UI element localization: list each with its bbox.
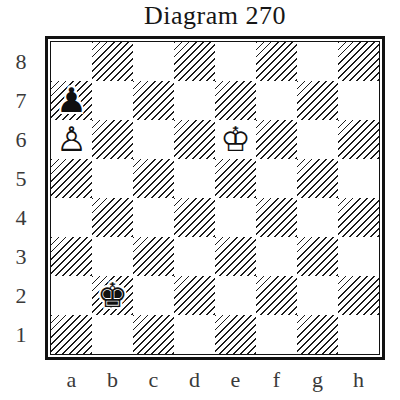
square-g1[interactable]	[297, 315, 338, 354]
diagram-title: Diagram 270	[45, 1, 385, 31]
square-b1[interactable]	[92, 315, 133, 354]
rank-label-7: 7	[4, 81, 38, 120]
square-e7[interactable]	[215, 81, 256, 120]
file-label-f: f	[256, 363, 297, 397]
square-g4[interactable]	[297, 198, 338, 237]
square-b6[interactable]	[92, 120, 133, 159]
square-g2[interactable]	[297, 276, 338, 315]
square-b2[interactable]: ♚	[92, 276, 133, 315]
square-c6[interactable]	[133, 120, 174, 159]
square-b3[interactable]	[92, 237, 133, 276]
square-a7[interactable]: ♟	[51, 81, 92, 120]
square-g5[interactable]	[297, 159, 338, 198]
square-h5[interactable]	[338, 159, 379, 198]
square-b7[interactable]	[92, 81, 133, 120]
square-a3[interactable]	[51, 237, 92, 276]
white-king-e6[interactable]: ♔	[220, 120, 250, 159]
square-c8[interactable]	[133, 42, 174, 81]
square-d5[interactable]	[174, 159, 215, 198]
square-h6[interactable]	[338, 120, 379, 159]
square-b8[interactable]	[92, 42, 133, 81]
file-labels: abcdefgh	[51, 363, 379, 397]
file-label-d: d	[174, 363, 215, 397]
square-a2[interactable]	[51, 276, 92, 315]
square-d4[interactable]	[174, 198, 215, 237]
rank-label-5: 5	[4, 159, 38, 198]
white-pawn-a6[interactable]: ♙	[56, 120, 86, 159]
file-label-g: g	[297, 363, 338, 397]
square-b5[interactable]	[92, 159, 133, 198]
square-g3[interactable]	[297, 237, 338, 276]
board-frame: ♟♙♔♚	[45, 36, 385, 360]
square-c1[interactable]	[133, 315, 174, 354]
square-a8[interactable]	[51, 42, 92, 81]
square-d2[interactable]	[174, 276, 215, 315]
rank-label-8: 8	[4, 42, 38, 81]
square-e1[interactable]	[215, 315, 256, 354]
square-f1[interactable]	[256, 315, 297, 354]
black-pawn-a7[interactable]: ♟	[56, 81, 86, 120]
square-c3[interactable]	[133, 237, 174, 276]
square-e8[interactable]	[215, 42, 256, 81]
file-label-c: c	[133, 363, 174, 397]
square-e6[interactable]: ♔	[215, 120, 256, 159]
square-a6[interactable]: ♙	[51, 120, 92, 159]
square-c5[interactable]	[133, 159, 174, 198]
square-d6[interactable]	[174, 120, 215, 159]
square-e3[interactable]	[215, 237, 256, 276]
rank-label-6: 6	[4, 120, 38, 159]
square-e5[interactable]	[215, 159, 256, 198]
square-f5[interactable]	[256, 159, 297, 198]
file-label-b: b	[92, 363, 133, 397]
file-label-h: h	[338, 363, 379, 397]
rank-labels: 87654321	[4, 42, 38, 354]
square-d8[interactable]	[174, 42, 215, 81]
black-king-b2[interactable]: ♚	[97, 276, 127, 315]
square-h2[interactable]	[338, 276, 379, 315]
square-f2[interactable]	[256, 276, 297, 315]
square-h7[interactable]	[338, 81, 379, 120]
square-g8[interactable]	[297, 42, 338, 81]
square-b4[interactable]	[92, 198, 133, 237]
square-e2[interactable]	[215, 276, 256, 315]
square-h3[interactable]	[338, 237, 379, 276]
rank-label-3: 3	[4, 237, 38, 276]
rank-label-4: 4	[4, 198, 38, 237]
square-f6[interactable]	[256, 120, 297, 159]
rank-label-1: 1	[4, 315, 38, 354]
square-f4[interactable]	[256, 198, 297, 237]
square-c2[interactable]	[133, 276, 174, 315]
square-d1[interactable]	[174, 315, 215, 354]
square-e4[interactable]	[215, 198, 256, 237]
square-g7[interactable]	[297, 81, 338, 120]
square-a4[interactable]	[51, 198, 92, 237]
file-label-a: a	[51, 363, 92, 397]
square-f8[interactable]	[256, 42, 297, 81]
square-c4[interactable]	[133, 198, 174, 237]
square-f7[interactable]	[256, 81, 297, 120]
square-a5[interactable]	[51, 159, 92, 198]
square-d7[interactable]	[174, 81, 215, 120]
square-f3[interactable]	[256, 237, 297, 276]
square-h4[interactable]	[338, 198, 379, 237]
board: ♟♙♔♚	[50, 41, 380, 355]
rank-label-2: 2	[4, 276, 38, 315]
chess-diagram-page: Diagram 270 87654321 ♟♙♔♚ abcdefgh	[0, 0, 400, 400]
square-h1[interactable]	[338, 315, 379, 354]
square-c7[interactable]	[133, 81, 174, 120]
file-label-e: e	[215, 363, 256, 397]
square-h8[interactable]	[338, 42, 379, 81]
square-a1[interactable]	[51, 315, 92, 354]
square-d3[interactable]	[174, 237, 215, 276]
square-g6[interactable]	[297, 120, 338, 159]
